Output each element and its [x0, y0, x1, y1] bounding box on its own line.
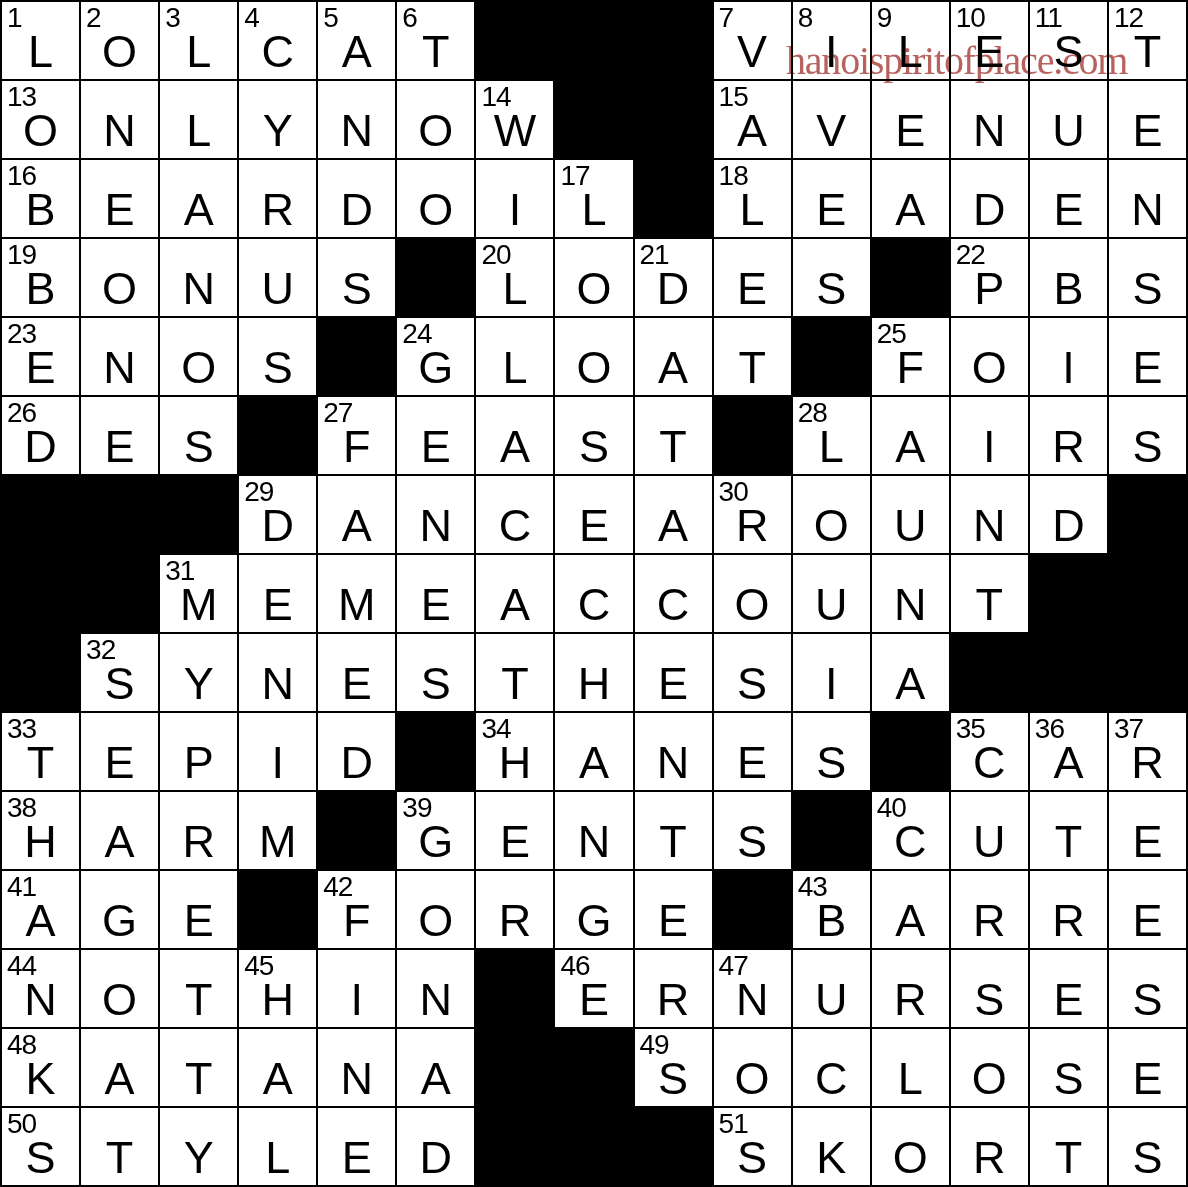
- grid-cell[interactable]: A: [318, 476, 395, 553]
- grid-cell: [635, 2, 712, 79]
- cell-letter: I: [318, 977, 395, 1022]
- grid-cell[interactable]: N: [555, 792, 632, 869]
- cell-letter: A: [318, 503, 395, 548]
- cell-letter: E: [951, 29, 1028, 74]
- grid-cell[interactable]: S: [555, 397, 632, 474]
- grid-cell[interactable]: T: [635, 792, 712, 869]
- grid-cell[interactable]: 7V: [714, 2, 791, 79]
- grid-cell[interactable]: E: [1109, 871, 1186, 948]
- cell-letter: E: [2, 345, 79, 390]
- grid-cell[interactable]: 17L: [555, 160, 632, 237]
- cell-letter: A: [476, 582, 553, 627]
- grid-cell[interactable]: D: [318, 713, 395, 790]
- grid-cell[interactable]: 10E: [951, 2, 1028, 79]
- cell-letter: P: [951, 266, 1028, 311]
- grid-cell: [555, 1108, 632, 1185]
- grid-cell[interactable]: E: [1030, 950, 1107, 1027]
- grid-cell[interactable]: 49S: [635, 1029, 712, 1106]
- cell-letter: T: [635, 819, 712, 864]
- grid-cell[interactable]: S: [951, 950, 1028, 1027]
- grid-cell[interactable]: A: [476, 555, 553, 632]
- cell-letter: E: [555, 503, 632, 548]
- cell-letter: E: [1109, 108, 1186, 153]
- grid-cell[interactable]: 12T: [1109, 2, 1186, 79]
- cell-letter: A: [872, 898, 949, 943]
- cell-letter: U: [793, 977, 870, 1022]
- grid-cell[interactable]: A: [476, 397, 553, 474]
- cell-letter: T: [1030, 819, 1107, 864]
- cell-letter: N: [318, 108, 395, 153]
- grid-cell[interactable]: E: [1109, 1029, 1186, 1106]
- cell-letter: R: [1030, 424, 1107, 469]
- crossword-board: 1L2O3L4C5A6T7V8I9L10E11S12T13ONLYNO14W15…: [0, 0, 1188, 1187]
- cell-letter: N: [872, 582, 949, 627]
- grid-cell[interactable]: 2O: [81, 2, 158, 79]
- cell-letter: T: [1030, 1135, 1107, 1180]
- cell-letter: Y: [160, 661, 237, 706]
- cell-letter: L: [872, 29, 949, 74]
- grid-cell[interactable]: A: [81, 1029, 158, 1106]
- grid-cell[interactable]: U: [1030, 81, 1107, 158]
- grid-cell[interactable]: 46E: [555, 950, 632, 1027]
- grid-cell[interactable]: O: [555, 239, 632, 316]
- grid-cell[interactable]: 42F: [318, 871, 395, 948]
- cell-letter: O: [555, 266, 632, 311]
- grid-cell[interactable]: R: [1030, 397, 1107, 474]
- cell-letter: N: [397, 503, 474, 548]
- grid-cell[interactable]: S: [160, 397, 237, 474]
- grid-cell[interactable]: N: [872, 555, 949, 632]
- grid-cell[interactable]: 37R: [1109, 713, 1186, 790]
- grid-cell[interactable]: N: [1109, 160, 1186, 237]
- grid-cell[interactable]: D: [318, 160, 395, 237]
- grid-cell[interactable]: S: [1109, 239, 1186, 316]
- grid-cell: [239, 871, 316, 948]
- grid-cell[interactable]: E: [397, 397, 474, 474]
- grid-cell[interactable]: O: [714, 555, 791, 632]
- cell-letter: E: [476, 819, 553, 864]
- grid-cell[interactable]: E: [635, 871, 712, 948]
- grid-cell[interactable]: I: [318, 950, 395, 1027]
- cell-letter: E: [318, 661, 395, 706]
- grid-cell[interactable]: P: [160, 713, 237, 790]
- cell-letter: O: [81, 977, 158, 1022]
- cell-letter: H: [239, 977, 316, 1022]
- cell-letter: E: [81, 740, 158, 785]
- grid-cell[interactable]: R: [951, 871, 1028, 948]
- grid-cell[interactable]: E: [318, 634, 395, 711]
- cell-letter: N: [2, 977, 79, 1022]
- grid-cell[interactable]: M: [318, 555, 395, 632]
- grid-cell[interactable]: E: [160, 871, 237, 948]
- grid-cell[interactable]: 16B: [2, 160, 79, 237]
- grid-cell[interactable]: 50S: [2, 1108, 79, 1185]
- grid-cell[interactable]: N: [81, 318, 158, 395]
- grid-cell[interactable]: R: [239, 160, 316, 237]
- grid-cell[interactable]: H: [555, 634, 632, 711]
- grid-cell[interactable]: S: [1030, 1029, 1107, 1106]
- grid-cell[interactable]: N: [239, 634, 316, 711]
- cell-letter: S: [951, 977, 1028, 1022]
- grid-cell[interactable]: 47N: [714, 950, 791, 1027]
- grid-cell[interactable]: A: [397, 1029, 474, 1106]
- grid-cell[interactable]: A: [160, 160, 237, 237]
- cell-letter: G: [555, 898, 632, 943]
- grid-cell[interactable]: E: [81, 160, 158, 237]
- grid-cell[interactable]: T: [1030, 1108, 1107, 1185]
- grid-cell[interactable]: R: [635, 950, 712, 1027]
- grid-cell[interactable]: O: [951, 318, 1028, 395]
- grid-cell[interactable]: A: [872, 160, 949, 237]
- grid-cell[interactable]: 29D: [239, 476, 316, 553]
- grid-cell: [793, 792, 870, 869]
- cell-letter: S: [635, 1056, 712, 1101]
- grid-cell[interactable]: A: [81, 792, 158, 869]
- cell-letter: A: [872, 424, 949, 469]
- clue-number: 7: [719, 4, 734, 32]
- cell-letter: N: [555, 819, 632, 864]
- grid-cell[interactable]: 38H: [2, 792, 79, 869]
- cell-letter: A: [81, 1056, 158, 1101]
- grid-cell[interactable]: N: [81, 81, 158, 158]
- grid-cell[interactable]: 34H: [476, 713, 553, 790]
- grid-cell[interactable]: U: [239, 239, 316, 316]
- cell-letter: O: [397, 108, 474, 153]
- grid-cell[interactable]: U: [793, 555, 870, 632]
- cell-letter: B: [2, 266, 79, 311]
- grid-cell[interactable]: 39G: [397, 792, 474, 869]
- grid-cell[interactable]: 19B: [2, 239, 79, 316]
- grid-cell[interactable]: I: [951, 397, 1028, 474]
- cell-letter: N: [635, 740, 712, 785]
- grid-cell[interactable]: 15A: [714, 81, 791, 158]
- grid-cell[interactable]: 1L: [2, 2, 79, 79]
- cell-letter: B: [1030, 266, 1107, 311]
- grid-cell[interactable]: I: [239, 713, 316, 790]
- grid-cell[interactable]: E: [318, 1108, 395, 1185]
- cell-letter: S: [239, 345, 316, 390]
- grid-cell[interactable]: E: [872, 81, 949, 158]
- grid-cell: [476, 950, 553, 1027]
- grid-cell[interactable]: 22P: [951, 239, 1028, 316]
- clue-number: 6: [402, 4, 417, 32]
- grid-cell[interactable]: Y: [239, 81, 316, 158]
- cell-letter: R: [635, 977, 712, 1022]
- grid-cell[interactable]: 35C: [951, 713, 1028, 790]
- grid-cell[interactable]: A: [872, 634, 949, 711]
- grid-cell[interactable]: 20L: [476, 239, 553, 316]
- grid-cell[interactable]: N: [397, 476, 474, 553]
- grid-cell[interactable]: T: [951, 555, 1028, 632]
- grid-cell[interactable]: 44N: [2, 950, 79, 1027]
- grid-cell[interactable]: 36A: [1030, 713, 1107, 790]
- cell-letter: A: [872, 661, 949, 706]
- grid-cell: [635, 160, 712, 237]
- grid-cell[interactable]: O: [397, 160, 474, 237]
- grid-cell: [476, 2, 553, 79]
- cell-letter: C: [476, 503, 553, 548]
- grid-cell[interactable]: G: [81, 871, 158, 948]
- grid-cell[interactable]: S: [318, 239, 395, 316]
- grid-cell[interactable]: E: [239, 555, 316, 632]
- grid-cell[interactable]: R: [951, 1108, 1028, 1185]
- grid-cell[interactable]: E: [81, 397, 158, 474]
- grid-cell[interactable]: Y: [160, 634, 237, 711]
- cell-letter: L: [239, 1135, 316, 1180]
- cell-letter: B: [2, 187, 79, 232]
- grid-cell[interactable]: 45H: [239, 950, 316, 1027]
- grid-cell: [555, 2, 632, 79]
- grid-cell[interactable]: S: [714, 634, 791, 711]
- grid-cell: [81, 555, 158, 632]
- grid-cell[interactable]: 31M: [160, 555, 237, 632]
- cell-letter: A: [318, 29, 395, 74]
- cell-letter: R: [714, 503, 791, 548]
- cell-letter: S: [793, 266, 870, 311]
- grid-cell[interactable]: B: [1030, 239, 1107, 316]
- cell-letter: D: [635, 266, 712, 311]
- grid-cell[interactable]: E: [1109, 318, 1186, 395]
- grid-cell[interactable]: U: [793, 950, 870, 1027]
- cell-letter: H: [555, 661, 632, 706]
- grid-cell[interactable]: 9L: [872, 2, 949, 79]
- cell-letter: T: [160, 1056, 237, 1101]
- cell-letter: U: [239, 266, 316, 311]
- cell-letter: T: [1109, 29, 1186, 74]
- cell-letter: S: [714, 1135, 791, 1180]
- grid-cell[interactable]: 28L: [793, 397, 870, 474]
- grid-cell[interactable]: I: [1030, 318, 1107, 395]
- cell-letter: G: [81, 898, 158, 943]
- grid-cell[interactable]: 40C: [872, 792, 949, 869]
- grid-cell[interactable]: S: [1109, 397, 1186, 474]
- cell-letter: E: [1109, 898, 1186, 943]
- grid-cell[interactable]: N: [951, 81, 1028, 158]
- grid-cell[interactable]: 11S: [1030, 2, 1107, 79]
- grid-cell[interactable]: A: [555, 713, 632, 790]
- grid-cell[interactable]: L: [476, 318, 553, 395]
- grid-cell: [2, 634, 79, 711]
- cell-letter: L: [2, 29, 79, 74]
- grid-cell[interactable]: E: [793, 160, 870, 237]
- grid-cell[interactable]: E: [1109, 792, 1186, 869]
- grid-cell[interactable]: L: [160, 81, 237, 158]
- grid-cell[interactable]: S: [1109, 950, 1186, 1027]
- grid-cell[interactable]: D: [397, 1108, 474, 1185]
- grid-cell[interactable]: D: [1030, 476, 1107, 553]
- grid-cell[interactable]: 43B: [793, 871, 870, 948]
- grid-cell[interactable]: Y: [160, 1108, 237, 1185]
- grid-cell[interactable]: E: [714, 239, 791, 316]
- cell-letter: E: [81, 187, 158, 232]
- grid-cell[interactable]: T: [160, 1029, 237, 1106]
- grid-cell[interactable]: O: [81, 239, 158, 316]
- grid-cell[interactable]: E: [635, 634, 712, 711]
- cell-letter: T: [2, 740, 79, 785]
- grid-cell[interactable]: N: [397, 950, 474, 1027]
- grid-cell[interactable]: O: [397, 871, 474, 948]
- grid-cell[interactable]: C: [793, 1029, 870, 1106]
- grid-cell[interactable]: G: [555, 871, 632, 948]
- grid-cell[interactable]: T: [635, 397, 712, 474]
- cell-letter: S: [1109, 1135, 1186, 1180]
- grid-cell[interactable]: O: [160, 318, 237, 395]
- grid-cell[interactable]: 41A: [2, 871, 79, 948]
- cell-letter: N: [1109, 187, 1186, 232]
- cell-letter: E: [397, 582, 474, 627]
- grid-cell[interactable]: 27F: [318, 397, 395, 474]
- cell-letter: B: [793, 898, 870, 943]
- cell-letter: S: [397, 661, 474, 706]
- cell-letter: R: [1109, 740, 1186, 785]
- grid-cell: [1109, 555, 1186, 632]
- cell-letter: A: [239, 1056, 316, 1101]
- grid-cell[interactable]: T: [714, 318, 791, 395]
- grid-cell[interactable]: I: [793, 634, 870, 711]
- cell-letter: E: [397, 424, 474, 469]
- grid-cell[interactable]: E: [555, 476, 632, 553]
- grid-cell[interactable]: M: [239, 792, 316, 869]
- cell-letter: L: [714, 187, 791, 232]
- cell-letter: C: [951, 740, 1028, 785]
- grid-cell[interactable]: 5A: [318, 2, 395, 79]
- grid-cell[interactable]: K: [793, 1108, 870, 1185]
- grid-cell[interactable]: 21D: [635, 239, 712, 316]
- cell-letter: M: [318, 582, 395, 627]
- grid-cell[interactable]: 23E: [2, 318, 79, 395]
- grid-cell: [635, 81, 712, 158]
- grid-cell[interactable]: 51S: [714, 1108, 791, 1185]
- grid-cell[interactable]: A: [635, 318, 712, 395]
- grid-cell[interactable]: 14W: [476, 81, 553, 158]
- cell-letter: E: [635, 898, 712, 943]
- grid-cell[interactable]: 3L: [160, 2, 237, 79]
- grid-cell[interactable]: A: [872, 397, 949, 474]
- grid-cell[interactable]: O: [793, 476, 870, 553]
- cell-letter: T: [635, 424, 712, 469]
- grid-cell[interactable]: 48K: [2, 1029, 79, 1106]
- grid-cell[interactable]: R: [476, 871, 553, 948]
- cell-letter: Y: [160, 1135, 237, 1180]
- grid-cell[interactable]: T: [81, 1108, 158, 1185]
- cell-letter: E: [1030, 977, 1107, 1022]
- grid-cell[interactable]: N: [951, 476, 1028, 553]
- grid-cell[interactable]: 32S: [81, 634, 158, 711]
- grid-cell[interactable]: 26D: [2, 397, 79, 474]
- grid-cell[interactable]: O: [397, 81, 474, 158]
- grid-cell[interactable]: A: [872, 871, 949, 948]
- grid-cell[interactable]: T: [476, 634, 553, 711]
- grid-cell[interactable]: T: [1030, 792, 1107, 869]
- cell-letter: L: [160, 29, 237, 74]
- grid-cell[interactable]: 4C: [239, 2, 316, 79]
- cell-letter: S: [1030, 1056, 1107, 1101]
- cell-letter: O: [81, 29, 158, 74]
- grid-cell[interactable]: R: [1030, 871, 1107, 948]
- grid-cell[interactable]: 18L: [714, 160, 791, 237]
- cell-letter: S: [714, 661, 791, 706]
- grid-cell[interactable]: E: [1109, 81, 1186, 158]
- grid-cell[interactable]: S: [714, 792, 791, 869]
- cell-letter: U: [1030, 108, 1107, 153]
- cell-letter: O: [714, 582, 791, 627]
- grid-cell[interactable]: R: [160, 792, 237, 869]
- cell-letter: R: [951, 1135, 1028, 1180]
- grid-cell[interactable]: O: [951, 1029, 1028, 1106]
- grid-cell[interactable]: 33T: [2, 713, 79, 790]
- grid-cell[interactable]: V: [793, 81, 870, 158]
- grid-cell[interactable]: L: [239, 1108, 316, 1185]
- cell-letter: L: [793, 424, 870, 469]
- grid-cell[interactable]: S: [793, 713, 870, 790]
- grid-cell[interactable]: O: [81, 950, 158, 1027]
- grid-cell[interactable]: 25F: [872, 318, 949, 395]
- cell-letter: A: [81, 819, 158, 864]
- cell-letter: E: [318, 1135, 395, 1180]
- grid-cell[interactable]: O: [872, 1108, 949, 1185]
- grid-cell[interactable]: O: [714, 1029, 791, 1106]
- cell-letter: T: [714, 345, 791, 390]
- grid-cell[interactable]: E: [1030, 160, 1107, 237]
- grid-cell[interactable]: E: [397, 555, 474, 632]
- cell-letter: T: [81, 1135, 158, 1180]
- grid-cell[interactable]: S: [793, 239, 870, 316]
- cell-letter: L: [160, 108, 237, 153]
- grid-cell[interactable]: T: [160, 950, 237, 1027]
- grid-cell[interactable]: 24G: [397, 318, 474, 395]
- grid-cell: [476, 1108, 553, 1185]
- cell-letter: U: [872, 503, 949, 548]
- crossword-page: 1L2O3L4C5A6T7V8I9L10E11S12T13ONLYNO14W15…: [0, 0, 1188, 1187]
- grid-cell[interactable]: N: [635, 713, 712, 790]
- grid-cell[interactable]: A: [239, 1029, 316, 1106]
- grid-cell[interactable]: R: [872, 950, 949, 1027]
- grid-cell[interactable]: 13O: [2, 81, 79, 158]
- cell-letter: D: [397, 1135, 474, 1180]
- cell-letter: N: [81, 345, 158, 390]
- grid-cell[interactable]: S: [397, 634, 474, 711]
- grid-cell[interactable]: N: [160, 239, 237, 316]
- grid-cell[interactable]: 8I: [793, 2, 870, 79]
- grid-cell[interactable]: C: [635, 555, 712, 632]
- cell-letter: S: [2, 1135, 79, 1180]
- grid-cell[interactable]: S: [1109, 1108, 1186, 1185]
- cell-letter: R: [872, 977, 949, 1022]
- grid-cell[interactable]: I: [476, 160, 553, 237]
- grid-cell[interactable]: E: [476, 792, 553, 869]
- grid-cell[interactable]: A: [635, 476, 712, 553]
- cell-letter: O: [555, 345, 632, 390]
- grid-cell[interactable]: N: [318, 81, 395, 158]
- grid-cell[interactable]: L: [872, 1029, 949, 1106]
- grid-cell: [872, 713, 949, 790]
- grid-cell[interactable]: S: [239, 318, 316, 395]
- grid-cell[interactable]: 30R: [714, 476, 791, 553]
- grid-cell[interactable]: E: [714, 713, 791, 790]
- grid-cell[interactable]: U: [951, 792, 1028, 869]
- grid-cell[interactable]: N: [318, 1029, 395, 1106]
- grid-cell: [555, 81, 632, 158]
- grid-cell[interactable]: 6T: [397, 2, 474, 79]
- grid-cell[interactable]: C: [476, 476, 553, 553]
- grid-cell[interactable]: E: [81, 713, 158, 790]
- grid-cell[interactable]: C: [555, 555, 632, 632]
- grid-cell[interactable]: D: [951, 160, 1028, 237]
- grid-cell[interactable]: O: [555, 318, 632, 395]
- grid-cell[interactable]: U: [872, 476, 949, 553]
- clue-number: 9: [877, 4, 892, 32]
- cell-letter: A: [714, 108, 791, 153]
